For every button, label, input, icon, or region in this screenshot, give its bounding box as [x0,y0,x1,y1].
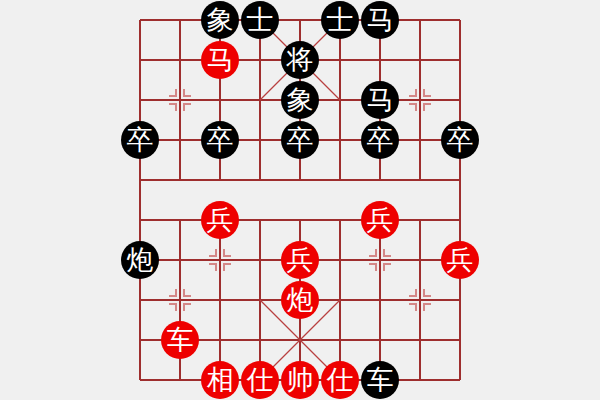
intersection-f0-r7[interactable] [120,280,160,320]
intersection-f0-r8[interactable] [120,320,160,360]
intersection-f3-r1[interactable] [240,40,280,80]
piece-red-soldier[interactable]: 兵 [441,241,479,279]
intersection-f5-r4[interactable] [320,160,360,200]
intersection-f0-r9[interactable] [120,360,160,400]
intersection-f2-r3[interactable]: 卒 [200,120,240,160]
intersection-f8-r1[interactable] [440,40,480,80]
intersection-f3-r8[interactable] [240,320,280,360]
intersection-f3-r9[interactable]: 仕 [240,360,280,400]
piece-black-chariot[interactable]: 车 [361,361,399,399]
piece-black-horse[interactable]: 马 [361,81,399,119]
intersection-f2-r6[interactable] [200,240,240,280]
intersection-f8-r7[interactable] [440,280,480,320]
intersection-f0-r2[interactable] [120,80,160,120]
intersection-f4-r2[interactable]: 象 [280,80,320,120]
intersection-f5-r7[interactable] [320,280,360,320]
intersection-f4-r7[interactable]: 炮 [280,280,320,320]
intersection-f7-r4[interactable] [400,160,440,200]
intersection-f5-r8[interactable] [320,320,360,360]
piece-black-advisor[interactable]: 士 [241,1,279,39]
intersection-f6-r0[interactable]: 马 [360,0,400,40]
piece-red-cannon[interactable]: 炮 [281,281,319,319]
intersection-f0-r5[interactable] [120,200,160,240]
intersection-f4-r6[interactable]: 兵 [280,240,320,280]
intersection-f2-r0[interactable]: 象 [200,0,240,40]
intersection-f2-r4[interactable] [200,160,240,200]
intersection-f0-r1[interactable] [120,40,160,80]
intersection-f2-r7[interactable] [200,280,240,320]
piece-black-general[interactable]: 将 [281,41,319,79]
intersection-f7-r7[interactable] [400,280,440,320]
piece-black-elephant[interactable]: 象 [201,1,239,39]
intersection-f7-r0[interactable] [400,0,440,40]
intersection-f3-r3[interactable] [240,120,280,160]
intersection-f5-r0[interactable]: 士 [320,0,360,40]
intersection-f2-r9[interactable]: 相 [200,360,240,400]
intersection-f3-r0[interactable]: 士 [240,0,280,40]
intersection-f1-r8[interactable]: 车 [160,320,200,360]
intersection-f5-r2[interactable] [320,80,360,120]
intersection-f6-r4[interactable] [360,160,400,200]
intersection-f1-r6[interactable] [160,240,200,280]
piece-red-horse[interactable]: 马 [201,41,239,79]
piece-black-soldier[interactable]: 卒 [361,121,399,159]
intersection-f3-r6[interactable] [240,240,280,280]
intersection-f8-r4[interactable] [440,160,480,200]
intersection-f8-r0[interactable] [440,0,480,40]
intersection-f7-r9[interactable] [400,360,440,400]
intersection-f8-r8[interactable] [440,320,480,360]
piece-black-cannon[interactable]: 炮 [121,241,159,279]
intersection-f4-r5[interactable] [280,200,320,240]
intersection-f6-r3[interactable]: 卒 [360,120,400,160]
intersection-f4-r0[interactable] [280,0,320,40]
intersection-f4-r9[interactable]: 帅 [280,360,320,400]
intersection-f8-r3[interactable]: 卒 [440,120,480,160]
intersection-f6-r6[interactable] [360,240,400,280]
intersection-f5-r3[interactable] [320,120,360,160]
piece-black-horse[interactable]: 马 [361,1,399,39]
piece-black-elephant[interactable]: 象 [281,81,319,119]
intersection-f6-r5[interactable]: 兵 [360,200,400,240]
intersection-f6-r7[interactable] [360,280,400,320]
intersection-f8-r5[interactable] [440,200,480,240]
intersection-f5-r6[interactable] [320,240,360,280]
intersection-f4-r1[interactable]: 将 [280,40,320,80]
intersection-f3-r2[interactable] [240,80,280,120]
intersection-f7-r6[interactable] [400,240,440,280]
intersection-f3-r7[interactable] [240,280,280,320]
piece-red-soldier[interactable]: 兵 [201,201,239,239]
piece-red-soldier[interactable]: 兵 [361,201,399,239]
intersection-f7-r2[interactable] [400,80,440,120]
intersection-f5-r5[interactable] [320,200,360,240]
piece-red-soldier[interactable]: 兵 [281,241,319,279]
piece-black-soldier[interactable]: 卒 [441,121,479,159]
intersection-f1-r1[interactable] [160,40,200,80]
piece-black-advisor[interactable]: 士 [321,1,359,39]
intersection-f6-r2[interactable]: 马 [360,80,400,120]
piece-red-chariot[interactable]: 车 [161,321,199,359]
piece-black-soldier[interactable]: 卒 [201,121,239,159]
intersection-f4-r8[interactable] [280,320,320,360]
intersection-f6-r9[interactable]: 车 [360,360,400,400]
intersection-f1-r7[interactable] [160,280,200,320]
intersection-f8-r2[interactable] [440,80,480,120]
intersection-f2-r2[interactable] [200,80,240,120]
intersection-f7-r8[interactable] [400,320,440,360]
piece-black-soldier[interactable]: 卒 [281,121,319,159]
intersection-f1-r9[interactable] [160,360,200,400]
intersection-f6-r1[interactable] [360,40,400,80]
intersection-f6-r8[interactable] [360,320,400,360]
intersection-f0-r3[interactable]: 卒 [120,120,160,160]
piece-red-general[interactable]: 帅 [281,361,319,399]
intersection-f1-r5[interactable] [160,200,200,240]
piece-black-soldier[interactable]: 卒 [121,121,159,159]
intersection-f1-r4[interactable] [160,160,200,200]
intersection-f5-r1[interactable] [320,40,360,80]
intersection-f8-r6[interactable]: 兵 [440,240,480,280]
intersection-f0-r4[interactable] [120,160,160,200]
intersection-f2-r8[interactable] [200,320,240,360]
intersection-f5-r9[interactable]: 仕 [320,360,360,400]
intersection-f0-r0[interactable] [120,0,160,40]
board-intersections: 象士士马马将象马卒卒卒卒卒兵兵炮兵兵炮车相仕帅仕车 [120,0,480,400]
intersection-f4-r3[interactable]: 卒 [280,120,320,160]
piece-red-elephant[interactable]: 相 [201,361,239,399]
intersection-f4-r4[interactable] [280,160,320,200]
piece-red-advisor[interactable]: 仕 [321,361,359,399]
xiangqi-app: 象士士马马将象马卒卒卒卒卒兵兵炮兵兵炮车相仕帅仕车 [0,0,600,400]
intersection-f1-r3[interactable] [160,120,200,160]
intersection-f0-r6[interactable]: 炮 [120,240,160,280]
intersection-f7-r1[interactable] [400,40,440,80]
intersection-f2-r5[interactable]: 兵 [200,200,240,240]
piece-red-advisor[interactable]: 仕 [241,361,279,399]
intersection-f8-r9[interactable] [440,360,480,400]
intersection-f7-r3[interactable] [400,120,440,160]
intersection-f2-r1[interactable]: 马 [200,40,240,80]
intersection-f1-r2[interactable] [160,80,200,120]
intersection-f3-r5[interactable] [240,200,280,240]
intersection-f7-r5[interactable] [400,200,440,240]
intersection-f3-r4[interactable] [240,160,280,200]
intersection-f1-r0[interactable] [160,0,200,40]
